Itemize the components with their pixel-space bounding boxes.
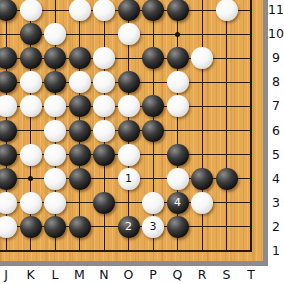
- black-stone-P11[interactable]: [142, 0, 164, 21]
- black-stone-Q2[interactable]: [167, 216, 189, 238]
- white-stone-M8[interactable]: [69, 71, 91, 93]
- black-stone-N5[interactable]: [93, 144, 115, 166]
- white-stone-K5[interactable]: [20, 144, 42, 166]
- row-label-2: 2: [268, 219, 284, 235]
- white-stone-P2[interactable]: 3: [142, 216, 164, 238]
- grid-line-vertical: [177, 0, 178, 252]
- white-stone-K7[interactable]: [20, 95, 42, 117]
- white-stone-L4[interactable]: [44, 168, 66, 190]
- white-stone-L5[interactable]: [44, 144, 66, 166]
- col-label-N: N: [95, 268, 113, 282]
- board-edge-shadow-bottom: [0, 261, 268, 266]
- row-label-3: 3: [268, 195, 284, 211]
- row-label-1: 1: [268, 243, 284, 259]
- black-stone-L2[interactable]: [44, 216, 66, 238]
- grid-line-vertical: [226, 0, 227, 252]
- black-stone-M9[interactable]: [69, 47, 91, 69]
- white-stone-K8[interactable]: [20, 71, 42, 93]
- black-stone-O11[interactable]: [118, 0, 140, 21]
- white-stone-O4[interactable]: 1: [118, 168, 140, 190]
- white-stone-K3[interactable]: [20, 192, 42, 214]
- white-stone-P3[interactable]: [142, 192, 164, 214]
- row-label-6: 6: [268, 123, 284, 139]
- black-stone-Q3[interactable]: 4: [167, 192, 189, 214]
- black-stone-M6[interactable]: [69, 120, 91, 142]
- black-stone-K2[interactable]: [20, 216, 42, 238]
- white-stone-R3[interactable]: [191, 192, 213, 214]
- black-stone-K9[interactable]: [20, 47, 42, 69]
- white-stone-L10[interactable]: [44, 23, 66, 45]
- black-stone-O8[interactable]: [118, 71, 140, 93]
- grid-line-horizontal: [0, 250, 252, 252]
- go-diagram: 1423 JKLMNOPQRST 1110987654321: [0, 0, 284, 284]
- black-stone-M5[interactable]: [69, 144, 91, 166]
- black-stone-Q5[interactable]: [167, 144, 189, 166]
- black-stone-Q11[interactable]: [167, 0, 189, 21]
- row-label-9: 9: [268, 50, 284, 66]
- move-number-3: 3: [150, 216, 157, 238]
- white-stone-N11[interactable]: [93, 0, 115, 21]
- col-label-L: L: [46, 268, 64, 282]
- col-label-O: O: [120, 268, 138, 282]
- row-label-11: 11: [268, 2, 284, 18]
- black-stone-O2[interactable]: 2: [118, 216, 140, 238]
- black-stone-R4[interactable]: [191, 168, 213, 190]
- black-stone-M4[interactable]: [69, 168, 91, 190]
- black-stone-S4[interactable]: [216, 168, 238, 190]
- row-label-4: 4: [268, 171, 284, 187]
- grid-line-vertical: [202, 0, 203, 252]
- col-label-J: J: [0, 268, 15, 282]
- move-number-1: 1: [125, 168, 132, 190]
- row-label-10: 10: [268, 26, 284, 42]
- black-stone-M2[interactable]: [69, 216, 91, 238]
- row-label-5: 5: [268, 147, 284, 163]
- star-point-Q10: [175, 32, 180, 37]
- black-stone-N3[interactable]: [93, 192, 115, 214]
- white-stone-K11[interactable]: [20, 0, 42, 21]
- black-stone-M7[interactable]: [69, 95, 91, 117]
- white-stone-M11[interactable]: [69, 0, 91, 21]
- white-stone-O7[interactable]: [118, 95, 140, 117]
- white-stone-L6[interactable]: [44, 120, 66, 142]
- white-stone-Q8[interactable]: [167, 71, 189, 93]
- white-stone-Q7[interactable]: [167, 95, 189, 117]
- col-label-M: M: [71, 268, 89, 282]
- col-label-K: K: [22, 268, 40, 282]
- white-stone-O5[interactable]: [118, 144, 140, 166]
- col-label-S: S: [218, 268, 236, 282]
- white-stone-Q4[interactable]: [167, 168, 189, 190]
- black-stone-O6[interactable]: [118, 120, 140, 142]
- black-stone-Q9[interactable]: [167, 47, 189, 69]
- move-number-4: 4: [174, 192, 181, 214]
- white-stone-S11[interactable]: [216, 0, 238, 21]
- col-label-T: T: [242, 268, 260, 282]
- black-stone-K10[interactable]: [20, 23, 42, 45]
- white-stone-N6[interactable]: [93, 120, 115, 142]
- grid-line-vertical: [250, 0, 252, 252]
- col-label-Q: Q: [169, 268, 187, 282]
- row-label-7: 7: [268, 98, 284, 114]
- move-number-2: 2: [125, 216, 132, 238]
- white-stone-L3[interactable]: [44, 192, 66, 214]
- col-label-P: P: [144, 268, 162, 282]
- row-label-8: 8: [268, 74, 284, 90]
- col-label-R: R: [193, 268, 211, 282]
- white-stone-O10[interactable]: [118, 23, 140, 45]
- black-stone-P6[interactable]: [142, 120, 164, 142]
